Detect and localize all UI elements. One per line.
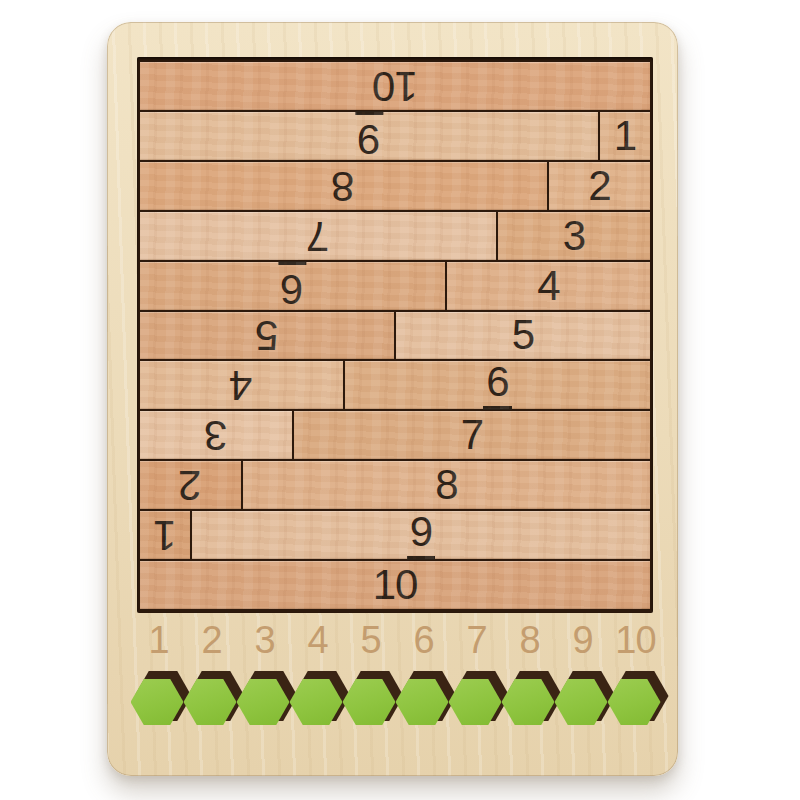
rod-5-flipped[interactable]: 5 (140, 312, 394, 360)
rod-row-11: 10 (140, 561, 650, 609)
rod-10[interactable]: 10 (140, 561, 650, 609)
rod-9[interactable]: 9 (192, 511, 650, 559)
rod-row-6: 55 (140, 312, 650, 360)
hex-slot-5 (344, 670, 397, 732)
wooden-board: 1091827364554637281910 12345678910 (107, 22, 678, 776)
rod-row-10: 19 (140, 511, 650, 559)
rod-number-label: 2 (588, 165, 610, 207)
hex-slot-2 (185, 670, 238, 732)
scale-number-3: 3 (238, 619, 291, 662)
rod-row-5: 64 (140, 262, 650, 310)
rod-number-label: 9 (407, 511, 435, 560)
hex-slot-3 (238, 670, 291, 732)
rod-row-8: 37 (140, 411, 650, 459)
rod-number-label: 4 (537, 265, 559, 307)
hex-slot-6 (397, 670, 450, 732)
rod-row-2: 91 (140, 112, 650, 160)
scale-number-8: 8 (503, 619, 556, 662)
scale-number-10: 10 (609, 619, 662, 662)
rod-10-flipped[interactable]: 10 (140, 62, 650, 110)
rod-tray: 1091827364554637281910 (137, 57, 653, 613)
scale-number-9: 9 (556, 619, 609, 662)
rod-number-label: 9 (355, 111, 383, 160)
rod-row-1: 10 (140, 62, 650, 110)
number-scale: 12345678910 (132, 619, 662, 661)
rod-number-label: 7 (461, 414, 483, 456)
rod-number-label: 10 (373, 65, 418, 107)
rod-number-label: 3 (205, 414, 227, 456)
rod-8[interactable]: 8 (243, 461, 650, 509)
rod-number-label: 8 (435, 464, 457, 506)
hex-slot-4 (291, 670, 344, 732)
rod-row-7: 46 (140, 361, 650, 409)
rod-number-label: 2 (179, 464, 201, 506)
rod-row-9: 28 (140, 461, 650, 509)
rod-row-3: 82 (140, 162, 650, 210)
hex-slot-10 (609, 670, 662, 732)
rod-number-label: 1 (614, 115, 636, 157)
rod-2[interactable]: 2 (549, 162, 650, 210)
rod-number-label: 5 (256, 314, 278, 356)
rod-3[interactable]: 3 (498, 212, 650, 260)
scale-number-2: 2 (185, 619, 238, 662)
rod-number-label: 7 (307, 215, 329, 257)
rod-number-label: 3 (563, 215, 585, 257)
rod-number-label: 10 (373, 564, 418, 606)
rod-row-4: 73 (140, 212, 650, 260)
hexagon-counter-row (132, 670, 662, 732)
rod-number-label: 8 (332, 165, 354, 207)
rod-6[interactable]: 6 (345, 361, 650, 409)
rod-1-flipped[interactable]: 1 (140, 511, 190, 559)
rod-5[interactable]: 5 (396, 312, 650, 360)
scale-number-5: 5 (344, 619, 397, 662)
rod-number-label: 6 (483, 361, 511, 410)
product-photo-background: 1091827364554637281910 12345678910 (0, 0, 800, 800)
rod-4[interactable]: 4 (447, 262, 650, 310)
scale-number-6: 6 (397, 619, 450, 662)
hex-slot-8 (503, 670, 556, 732)
hex-slot-9 (556, 670, 609, 732)
rod-number-label: 4 (230, 364, 252, 406)
rod-2-flipped[interactable]: 2 (140, 461, 241, 509)
scale-number-1: 1 (132, 619, 185, 662)
rod-9-flipped[interactable]: 9 (140, 112, 598, 160)
hex-slot-1 (132, 670, 185, 732)
rod-number-label: 6 (278, 261, 306, 310)
rod-7-flipped[interactable]: 7 (140, 212, 496, 260)
rod-7[interactable]: 7 (294, 411, 650, 459)
scale-number-4: 4 (291, 619, 344, 662)
rod-1[interactable]: 1 (600, 112, 650, 160)
rod-6-flipped[interactable]: 6 (140, 262, 445, 310)
rod-3-flipped[interactable]: 3 (140, 411, 292, 459)
scale-number-7: 7 (450, 619, 503, 662)
rod-8-flipped[interactable]: 8 (140, 162, 547, 210)
rod-4-flipped[interactable]: 4 (140, 361, 343, 409)
hex-slot-7 (450, 670, 503, 732)
rod-number-label: 1 (154, 514, 176, 556)
rod-number-label: 5 (512, 314, 534, 356)
